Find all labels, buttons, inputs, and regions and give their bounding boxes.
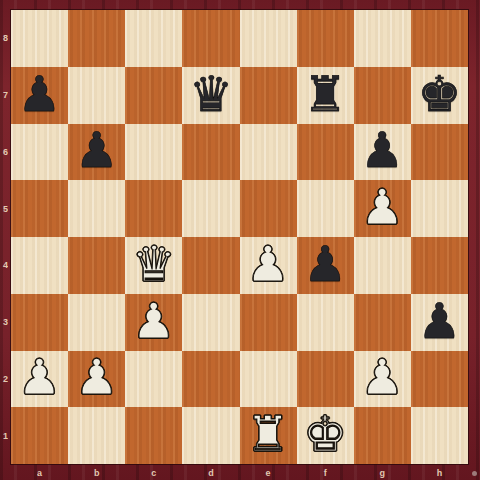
square-b7[interactable] [68,67,125,124]
square-g3[interactable] [354,294,411,351]
square-f2[interactable] [297,351,354,408]
file-label-h: h [411,464,468,480]
square-f6[interactable] [297,124,354,181]
square-c5[interactable] [125,180,182,237]
file-label-e: e [240,464,297,480]
piece-white-pawn[interactable]: ♟ [75,353,119,402]
rank-labels: 87654321 [0,10,11,464]
file-label-b: b [68,464,125,480]
square-g8[interactable] [354,10,411,67]
square-b8[interactable] [68,10,125,67]
rank-label-4: 4 [0,237,11,294]
piece-black-pawn[interactable]: ♟ [360,126,404,175]
square-d8[interactable] [182,10,239,67]
square-d3[interactable] [182,294,239,351]
square-g2[interactable]: ♟ [354,351,411,408]
rank-label-5: 5 [0,180,11,237]
square-h4[interactable] [411,237,468,294]
square-g6[interactable]: ♟ [354,124,411,181]
rank-label-7: 7 [0,67,11,124]
square-g5[interactable]: ♟ [354,180,411,237]
square-a1[interactable] [11,407,68,464]
square-h1[interactable] [411,407,468,464]
file-label-f: f [297,464,354,480]
square-c8[interactable] [125,10,182,67]
square-e1[interactable]: ♜ [240,407,297,464]
watermark-dot [472,471,477,476]
square-e7[interactable] [240,67,297,124]
square-f1[interactable]: ♚ [297,407,354,464]
square-a6[interactable] [11,124,68,181]
square-f7[interactable]: ♜ [297,67,354,124]
piece-black-queen[interactable]: ♛ [189,70,233,119]
piece-black-pawn[interactable]: ♟ [303,240,347,289]
square-h8[interactable] [411,10,468,67]
piece-white-queen[interactable]: ♛ [132,240,176,289]
piece-black-rook[interactable]: ♜ [303,70,347,119]
square-a2[interactable]: ♟ [11,351,68,408]
piece-black-pawn[interactable]: ♟ [75,126,119,175]
piece-black-king[interactable]: ♚ [417,70,461,119]
square-a7[interactable]: ♟ [11,67,68,124]
piece-white-pawn[interactable]: ♟ [360,183,404,232]
square-c1[interactable] [125,407,182,464]
piece-white-pawn[interactable]: ♟ [132,297,176,346]
square-c2[interactable] [125,351,182,408]
piece-white-rook[interactable]: ♜ [246,410,290,459]
square-g4[interactable] [354,237,411,294]
square-e5[interactable] [240,180,297,237]
square-e6[interactable] [240,124,297,181]
square-a3[interactable] [11,294,68,351]
square-c3[interactable]: ♟ [125,294,182,351]
rank-label-1: 1 [0,407,11,464]
square-c4[interactable]: ♛ [125,237,182,294]
square-g1[interactable] [354,407,411,464]
square-f5[interactable] [297,180,354,237]
file-label-a: a [11,464,68,480]
piece-white-pawn[interactable]: ♟ [18,353,62,402]
square-h7[interactable]: ♚ [411,67,468,124]
square-b1[interactable] [68,407,125,464]
rank-label-6: 6 [0,124,11,181]
piece-white-pawn[interactable]: ♟ [246,240,290,289]
square-e4[interactable]: ♟ [240,237,297,294]
file-label-d: d [182,464,239,480]
square-c6[interactable] [125,124,182,181]
square-d2[interactable] [182,351,239,408]
square-a5[interactable] [11,180,68,237]
square-e2[interactable] [240,351,297,408]
square-d6[interactable] [182,124,239,181]
rank-label-2: 2 [0,351,11,408]
square-b3[interactable] [68,294,125,351]
square-h5[interactable] [411,180,468,237]
square-f4[interactable]: ♟ [297,237,354,294]
file-labels: abcdefgh [11,464,468,480]
square-e8[interactable] [240,10,297,67]
square-b4[interactable] [68,237,125,294]
square-d7[interactable]: ♛ [182,67,239,124]
square-e3[interactable] [240,294,297,351]
square-h3[interactable]: ♟ [411,294,468,351]
file-label-g: g [354,464,411,480]
piece-white-pawn[interactable]: ♟ [360,353,404,402]
square-a4[interactable] [11,237,68,294]
square-b5[interactable] [68,180,125,237]
square-f8[interactable] [297,10,354,67]
square-d5[interactable] [182,180,239,237]
square-h2[interactable] [411,351,468,408]
square-g7[interactable] [354,67,411,124]
chess-board: ♟♛♜♚♟♟♟♛♟♟♟♟♟♟♟♜♚ [11,10,468,464]
square-b6[interactable]: ♟ [68,124,125,181]
rank-label-8: 8 [0,10,11,67]
square-c7[interactable] [125,67,182,124]
piece-black-pawn[interactable]: ♟ [18,70,62,119]
piece-black-pawn[interactable]: ♟ [417,297,461,346]
board-frame: 87654321 ♟♛♜♚♟♟♟♛♟♟♟♟♟♟♟♜♚ abcdefgh [0,0,480,480]
piece-white-king[interactable]: ♚ [303,410,347,459]
square-b2[interactable]: ♟ [68,351,125,408]
square-h6[interactable] [411,124,468,181]
square-a8[interactable] [11,10,68,67]
square-f3[interactable] [297,294,354,351]
square-d4[interactable] [182,237,239,294]
square-d1[interactable] [182,407,239,464]
rank-label-3: 3 [0,294,11,351]
file-label-c: c [125,464,182,480]
